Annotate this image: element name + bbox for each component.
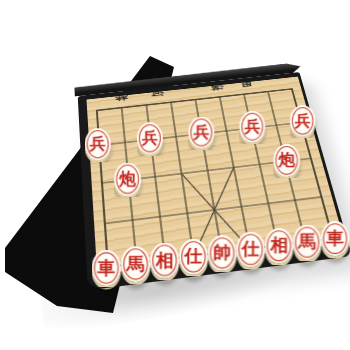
board-point-r4c4 [171,191,204,236]
board-point-r5c5: 帥 [204,229,240,277]
board-point-r2c2 [111,123,140,162]
piece-label: 兵 [193,125,209,141]
piece-label: 帥 [213,244,231,262]
piece-red-soldier[interactable]: 兵 [188,117,214,149]
board-point-r2c6 [211,112,243,150]
piece-red-cannon[interactable]: 炮 [114,163,141,196]
board-point-r2c1: 兵 [85,126,113,165]
piece-red-chariot[interactable]: 車 [321,221,350,256]
piece-red-advisor[interactable]: 仕 [236,232,265,267]
piece-label: 炮 [278,152,294,168]
board-point-r4c1 [90,201,121,246]
piece-label: 馬 [298,233,316,251]
board-point-r2c9: 兵 [284,104,318,141]
piece-red-horse[interactable]: 馬 [121,246,150,282]
piece-label: 仕 [185,248,203,266]
piece-label: 兵 [90,136,106,152]
board-grid: 兵兵兵兵兵炮炮車馬相仕帥仕相馬車 [83,72,350,292]
piece-red-cannon[interactable]: 炮 [273,144,300,177]
product-photo-scene: 楚河漢界 兵兵兵兵兵炮炮車馬相仕帥仕相馬車 [0,0,350,350]
board-point-r5c1: 車 [92,243,124,292]
piece-label: 炮 [119,171,136,188]
piece-red-soldier[interactable]: 兵 [239,111,265,143]
piece-red-elephant[interactable]: 相 [150,243,179,279]
board-point-r4c9 [303,176,340,219]
piece-label: 兵 [244,119,260,135]
piece-label: 仕 [242,241,260,259]
piece-red-soldier[interactable]: 兵 [85,128,111,160]
piece-red-advisor[interactable]: 仕 [179,239,208,275]
board-point-r3c8: 炮 [268,142,303,182]
piece-label: 相 [156,252,174,270]
piece-red-horse[interactable]: 馬 [293,225,322,260]
piece-red-soldier[interactable]: 兵 [290,105,316,136]
piece-label: 兵 [295,113,311,129]
front-board-panel: 楚河漢界 兵兵兵兵兵炮炮車馬相仕帥仕相馬車 [78,72,350,290]
piece-label: 兵 [142,130,158,146]
board-point-r5c4: 仕 [177,233,212,281]
piece-label: 車 [97,259,115,277]
piece-red-general[interactable]: 帥 [208,235,237,271]
board-point-r5c3: 相 [149,236,183,284]
board-point-r4c7 [251,182,287,226]
piece-label: 相 [270,237,288,255]
piece-red-chariot[interactable]: 車 [92,250,121,286]
piece-red-elephant[interactable]: 相 [265,228,294,263]
board-point-r1c1 [83,92,110,129]
piece-label: 馬 [127,255,145,273]
piece-label: 車 [326,230,344,248]
piece-red-soldier[interactable]: 兵 [137,122,163,154]
